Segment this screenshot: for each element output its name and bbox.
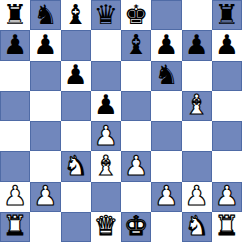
- square-c6[interactable]: ♟: [61, 61, 91, 91]
- square-h4[interactable]: [212, 121, 242, 151]
- piece-black-pawn[interactable]: ♟: [64, 61, 88, 88]
- piece-black-pawn[interactable]: ♟: [185, 31, 209, 58]
- square-f8[interactable]: [151, 0, 181, 30]
- piece-white-pawn[interactable]: ♟: [94, 122, 118, 149]
- piece-white-rook[interactable]: ♜: [215, 212, 239, 239]
- square-f7[interactable]: ♟: [151, 30, 181, 60]
- square-a2[interactable]: ♟: [0, 182, 30, 212]
- square-h5[interactable]: [212, 91, 242, 121]
- square-b4[interactable]: [30, 121, 60, 151]
- piece-black-pawn[interactable]: ♟: [33, 31, 57, 58]
- square-h8[interactable]: ♜: [212, 0, 242, 30]
- square-a1[interactable]: ♜: [0, 212, 30, 242]
- square-b1[interactable]: [30, 212, 60, 242]
- square-a7[interactable]: ♟: [0, 30, 30, 60]
- square-d3[interactable]: ♝: [91, 151, 121, 181]
- piece-white-pawn[interactable]: ♟: [154, 182, 178, 209]
- square-a5[interactable]: [0, 91, 30, 121]
- square-d5[interactable]: ♟: [91, 91, 121, 121]
- piece-white-bishop[interactable]: ♝: [94, 152, 118, 179]
- square-f2[interactable]: ♟: [151, 182, 181, 212]
- square-f4[interactable]: [151, 121, 181, 151]
- piece-black-rook[interactable]: ♜: [3, 1, 27, 28]
- square-h7[interactable]: ♟: [212, 30, 242, 60]
- square-f6[interactable]: ♞: [151, 61, 181, 91]
- piece-black-king[interactable]: ♚: [124, 1, 148, 28]
- piece-black-pawn[interactable]: ♟: [154, 31, 178, 58]
- square-g2[interactable]: ♟: [182, 182, 212, 212]
- piece-white-rook[interactable]: ♜: [3, 212, 27, 239]
- square-e2[interactable]: [121, 182, 151, 212]
- square-c4[interactable]: [61, 121, 91, 151]
- piece-black-bishop[interactable]: ♝: [124, 31, 148, 58]
- square-e6[interactable]: [121, 61, 151, 91]
- piece-white-pawn[interactable]: ♟: [215, 182, 239, 209]
- piece-white-pawn[interactable]: ♟: [124, 152, 148, 179]
- square-c1[interactable]: [61, 212, 91, 242]
- square-g3[interactable]: [182, 151, 212, 181]
- square-g4[interactable]: [182, 121, 212, 151]
- square-e4[interactable]: [121, 121, 151, 151]
- square-e8[interactable]: ♚: [121, 0, 151, 30]
- square-h3[interactable]: [212, 151, 242, 181]
- square-c7[interactable]: [61, 30, 91, 60]
- square-f3[interactable]: [151, 151, 181, 181]
- piece-white-knight[interactable]: ♞: [64, 152, 88, 179]
- chess-board: ♜♞♝♛♚♜♟♟♝♟♟♟♟♞♟♝♟♞♝♟♟♟♟♟♟♜♛♚♞♜: [0, 0, 242, 242]
- square-e3[interactable]: ♟: [121, 151, 151, 181]
- piece-white-pawn[interactable]: ♟: [3, 182, 27, 209]
- square-c8[interactable]: ♝: [61, 0, 91, 30]
- square-g6[interactable]: [182, 61, 212, 91]
- square-b5[interactable]: [30, 91, 60, 121]
- piece-black-knight[interactable]: ♞: [154, 61, 178, 88]
- square-c3[interactable]: ♞: [61, 151, 91, 181]
- square-d6[interactable]: [91, 61, 121, 91]
- square-g7[interactable]: ♟: [182, 30, 212, 60]
- square-d1[interactable]: ♛: [91, 212, 121, 242]
- square-d2[interactable]: [91, 182, 121, 212]
- square-g1[interactable]: ♞: [182, 212, 212, 242]
- square-e5[interactable]: [121, 91, 151, 121]
- piece-black-pawn[interactable]: ♟: [3, 31, 27, 58]
- piece-black-rook[interactable]: ♜: [215, 1, 239, 28]
- piece-white-knight[interactable]: ♞: [185, 212, 209, 239]
- square-d8[interactable]: ♛: [91, 0, 121, 30]
- piece-white-bishop[interactable]: ♝: [185, 91, 209, 118]
- square-h1[interactable]: ♜: [212, 212, 242, 242]
- square-f1[interactable]: [151, 212, 181, 242]
- piece-black-knight[interactable]: ♞: [33, 1, 57, 28]
- piece-black-pawn[interactable]: ♟: [215, 31, 239, 58]
- square-e1[interactable]: ♚: [121, 212, 151, 242]
- square-b6[interactable]: [30, 61, 60, 91]
- square-e7[interactable]: ♝: [121, 30, 151, 60]
- piece-black-pawn[interactable]: ♟: [94, 91, 118, 118]
- piece-white-king[interactable]: ♚: [124, 212, 148, 239]
- square-a3[interactable]: [0, 151, 30, 181]
- piece-black-bishop[interactable]: ♝: [64, 1, 88, 28]
- square-c5[interactable]: [61, 91, 91, 121]
- square-b3[interactable]: [30, 151, 60, 181]
- square-b8[interactable]: ♞: [30, 0, 60, 30]
- square-d4[interactable]: ♟: [91, 121, 121, 151]
- square-b7[interactable]: ♟: [30, 30, 60, 60]
- square-b2[interactable]: ♟: [30, 182, 60, 212]
- square-f5[interactable]: [151, 91, 181, 121]
- piece-black-queen[interactable]: ♛: [94, 1, 118, 28]
- square-g5[interactable]: ♝: [182, 91, 212, 121]
- square-h2[interactable]: ♟: [212, 182, 242, 212]
- square-c2[interactable]: [61, 182, 91, 212]
- square-a4[interactable]: [0, 121, 30, 151]
- piece-white-queen[interactable]: ♛: [94, 212, 118, 239]
- square-h6[interactable]: [212, 61, 242, 91]
- square-g8[interactable]: [182, 0, 212, 30]
- piece-white-pawn[interactable]: ♟: [185, 182, 209, 209]
- square-a6[interactable]: [0, 61, 30, 91]
- square-d7[interactable]: [91, 30, 121, 60]
- square-a8[interactable]: ♜: [0, 0, 30, 30]
- piece-white-pawn[interactable]: ♟: [33, 182, 57, 209]
